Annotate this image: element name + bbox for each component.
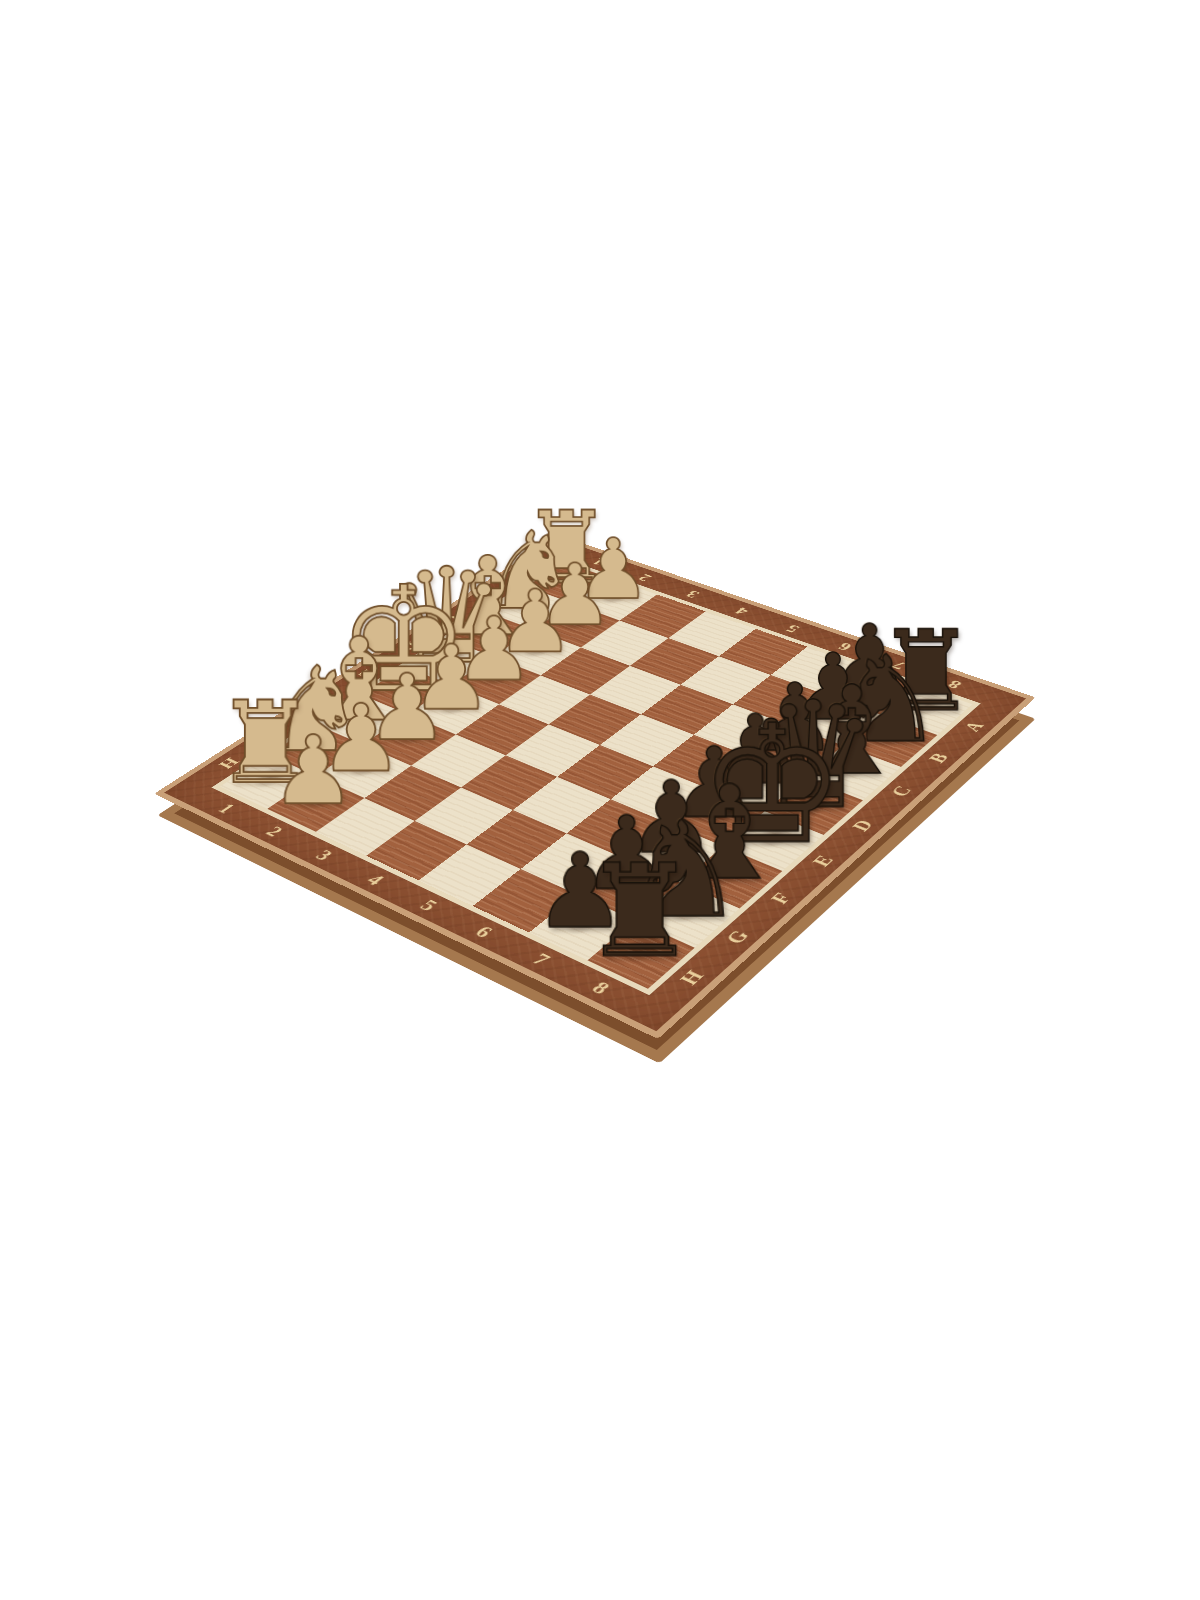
chess-board: ABCDEFGH ABCDEFGH 87654321 87654321 ♜♞♝♛… — [154, 535, 1036, 1039]
square-h2[interactable]: ♟ — [267, 776, 364, 832]
board-3d-scene: ABCDEFGH ABCDEFGH 87654321 87654321 ♜♞♝♛… — [265, 410, 935, 1080]
board-3d: ABCDEFGH ABCDEFGH 87654321 87654321 ♜♞♝♛… — [154, 535, 1036, 1039]
rook-glyph: ♜ — [549, 847, 733, 975]
product-photo-canvas: ABCDEFGH ABCDEFGH 87654321 87654321 ♜♞♝♛… — [0, 0, 1200, 1600]
board-grid: ♜♞♝♛♚♝♞♜♟♟♟♟♟♟♟♟♟♟♟♟♟♟♟♟♜♞♝♛♚♝♞♜ — [220, 562, 972, 989]
pawn-glyph: ♟ — [232, 724, 397, 819]
